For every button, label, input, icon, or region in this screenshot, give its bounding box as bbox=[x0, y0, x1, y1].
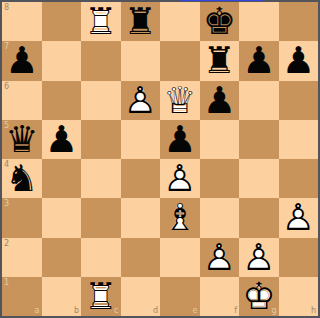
rank-label-2: 2 bbox=[4, 240, 9, 248]
square-f3[interactable] bbox=[200, 198, 240, 237]
piece-black-queen[interactable]: ♛ bbox=[2, 120, 42, 159]
piece-black-king[interactable]: ♚ bbox=[200, 2, 240, 41]
piece-glyph: ♜ bbox=[203, 42, 236, 79]
rank-label-3: 3 bbox=[4, 200, 9, 208]
square-c2[interactable] bbox=[81, 238, 121, 277]
square-e3[interactable]: ♝♗ bbox=[160, 198, 200, 237]
square-h8[interactable] bbox=[279, 2, 319, 41]
square-g2[interactable]: ♟♙ bbox=[239, 238, 279, 277]
square-h7[interactable]: ♟ bbox=[279, 41, 319, 80]
file-label-f: f bbox=[234, 307, 237, 315]
square-d6[interactable]: ♟♙ bbox=[121, 81, 161, 120]
square-c6[interactable] bbox=[81, 81, 121, 120]
square-d4[interactable] bbox=[121, 159, 161, 198]
piece-white-pawn[interactable]: ♟♙ bbox=[121, 81, 161, 120]
piece-glyph: ♛ bbox=[5, 121, 38, 158]
square-d2[interactable] bbox=[121, 238, 161, 277]
square-c7[interactable] bbox=[81, 41, 121, 80]
piece-outline-layer: ♙ bbox=[282, 199, 315, 236]
square-a4[interactable]: 4♞ bbox=[2, 159, 42, 198]
piece-black-pawn[interactable]: ♟ bbox=[279, 41, 319, 80]
square-b8[interactable] bbox=[42, 2, 82, 41]
square-g4[interactable] bbox=[239, 159, 279, 198]
square-c4[interactable] bbox=[81, 159, 121, 198]
piece-black-rook[interactable]: ♜ bbox=[200, 41, 240, 80]
rank-label-1: 1 bbox=[4, 279, 9, 287]
square-a5[interactable]: 5♛ bbox=[2, 120, 42, 159]
square-e1[interactable]: e bbox=[160, 277, 200, 316]
piece-outline-layer: ♙ bbox=[163, 160, 196, 197]
piece-glyph: ♜ bbox=[124, 3, 157, 40]
square-g5[interactable] bbox=[239, 120, 279, 159]
piece-glyph: ♟ bbox=[5, 42, 38, 79]
piece-white-pawn[interactable]: ♟♙ bbox=[160, 159, 200, 198]
piece-glyph: ♟ bbox=[203, 82, 236, 119]
piece-white-king[interactable]: ♚♔ bbox=[239, 277, 279, 316]
piece-white-pawn[interactable]: ♟♙ bbox=[239, 238, 279, 277]
square-b5[interactable]: ♟ bbox=[42, 120, 82, 159]
square-f1[interactable]: f bbox=[200, 277, 240, 316]
square-a8[interactable]: 8 bbox=[2, 2, 42, 41]
file-label-a: a bbox=[35, 307, 40, 315]
piece-white-bishop[interactable]: ♝♗ bbox=[160, 198, 200, 237]
piece-glyph: ♚ bbox=[203, 3, 236, 40]
square-f2[interactable]: ♟♙ bbox=[200, 238, 240, 277]
square-h5[interactable] bbox=[279, 120, 319, 159]
square-c3[interactable] bbox=[81, 198, 121, 237]
file-label-d: d bbox=[153, 307, 158, 315]
square-g1[interactable]: g♚♔ bbox=[239, 277, 279, 316]
square-b1[interactable]: b bbox=[42, 277, 82, 316]
square-b2[interactable] bbox=[42, 238, 82, 277]
piece-outline-layer: ♖ bbox=[84, 278, 117, 315]
square-f6[interactable]: ♟ bbox=[200, 81, 240, 120]
piece-white-pawn[interactable]: ♟♙ bbox=[279, 198, 319, 237]
rank-label-6: 6 bbox=[4, 83, 9, 91]
square-d3[interactable] bbox=[121, 198, 161, 237]
piece-outline-layer: ♙ bbox=[124, 82, 157, 119]
square-f8[interactable]: ♚ bbox=[200, 2, 240, 41]
piece-black-knight[interactable]: ♞ bbox=[2, 159, 42, 198]
square-g7[interactable]: ♟ bbox=[239, 41, 279, 80]
square-e6[interactable]: ♛♕ bbox=[160, 81, 200, 120]
square-e7[interactable] bbox=[160, 41, 200, 80]
piece-glyph: ♟ bbox=[242, 42, 275, 79]
piece-white-queen[interactable]: ♛♕ bbox=[160, 81, 200, 120]
piece-outline-layer: ♙ bbox=[203, 239, 236, 276]
piece-glyph: ♟ bbox=[45, 121, 78, 158]
square-b3[interactable] bbox=[42, 198, 82, 237]
square-c5[interactable] bbox=[81, 120, 121, 159]
square-a7[interactable]: 7♟ bbox=[2, 41, 42, 80]
piece-glyph: ♟ bbox=[282, 42, 315, 79]
square-a6[interactable]: 6 bbox=[2, 81, 42, 120]
piece-outline-layer: ♖ bbox=[84, 3, 117, 40]
square-g6[interactable] bbox=[239, 81, 279, 120]
piece-outline-layer: ♙ bbox=[242, 239, 275, 276]
square-a3[interactable]: 3 bbox=[2, 198, 42, 237]
square-f7[interactable]: ♜ bbox=[200, 41, 240, 80]
square-b6[interactable] bbox=[42, 81, 82, 120]
square-e2[interactable] bbox=[160, 238, 200, 277]
piece-black-pawn[interactable]: ♟ bbox=[42, 120, 82, 159]
piece-outline-layer: ♗ bbox=[163, 199, 196, 236]
square-e5[interactable]: ♟ bbox=[160, 120, 200, 159]
piece-white-rook[interactable]: ♜♖ bbox=[81, 277, 121, 316]
square-c8[interactable]: ♜♖ bbox=[81, 2, 121, 41]
piece-white-pawn[interactable]: ♟♙ bbox=[200, 238, 240, 277]
square-a1[interactable]: 1a bbox=[2, 277, 42, 316]
square-a2[interactable]: 2 bbox=[2, 238, 42, 277]
file-label-h: h bbox=[311, 307, 316, 315]
square-d8[interactable]: ♜ bbox=[121, 2, 161, 41]
square-c1[interactable]: c♜♖ bbox=[81, 277, 121, 316]
piece-black-pawn[interactable]: ♟ bbox=[160, 120, 200, 159]
piece-white-rook[interactable]: ♜♖ bbox=[81, 2, 121, 41]
chess-board: 8♜♖♜♚7♟♜♟♟6♟♙♛♕♟5♛♟♟4♞♟♙3♝♗♟♙2♟♙♟♙1abc♜♖… bbox=[0, 0, 320, 318]
piece-outline-layer: ♕ bbox=[163, 82, 196, 119]
piece-black-pawn[interactable]: ♟ bbox=[239, 41, 279, 80]
square-h1[interactable]: h bbox=[279, 277, 319, 316]
square-h2[interactable] bbox=[279, 238, 319, 277]
square-g8[interactable] bbox=[239, 2, 279, 41]
file-label-b: b bbox=[74, 307, 79, 315]
piece-black-rook[interactable]: ♜ bbox=[121, 2, 161, 41]
piece-black-pawn[interactable]: ♟ bbox=[2, 41, 42, 80]
square-h6[interactable] bbox=[279, 81, 319, 120]
square-b4[interactable] bbox=[42, 159, 82, 198]
square-d1[interactable]: d bbox=[121, 277, 161, 316]
square-d5[interactable] bbox=[121, 120, 161, 159]
chess-diagram: 8♜♖♜♚7♟♜♟♟6♟♙♛♕♟5♛♟♟4♞♟♙3♝♗♟♙2♟♙♟♙1abc♜♖… bbox=[0, 0, 320, 318]
rank-label-8: 8 bbox=[4, 4, 9, 12]
top-blue-line-artifact bbox=[180, 0, 264, 1]
file-label-e: e bbox=[193, 307, 198, 315]
square-h4[interactable] bbox=[279, 159, 319, 198]
piece-black-pawn[interactable]: ♟ bbox=[200, 81, 240, 120]
square-e4[interactable]: ♟♙ bbox=[160, 159, 200, 198]
square-d7[interactable] bbox=[121, 41, 161, 80]
piece-outline-layer: ♔ bbox=[242, 278, 275, 315]
piece-glyph: ♞ bbox=[5, 160, 38, 197]
square-h3[interactable]: ♟♙ bbox=[279, 198, 319, 237]
square-f5[interactable] bbox=[200, 120, 240, 159]
square-b7[interactable] bbox=[42, 41, 82, 80]
square-e8[interactable] bbox=[160, 2, 200, 41]
square-f4[interactable] bbox=[200, 159, 240, 198]
piece-glyph: ♟ bbox=[163, 121, 196, 158]
square-g3[interactable] bbox=[239, 198, 279, 237]
